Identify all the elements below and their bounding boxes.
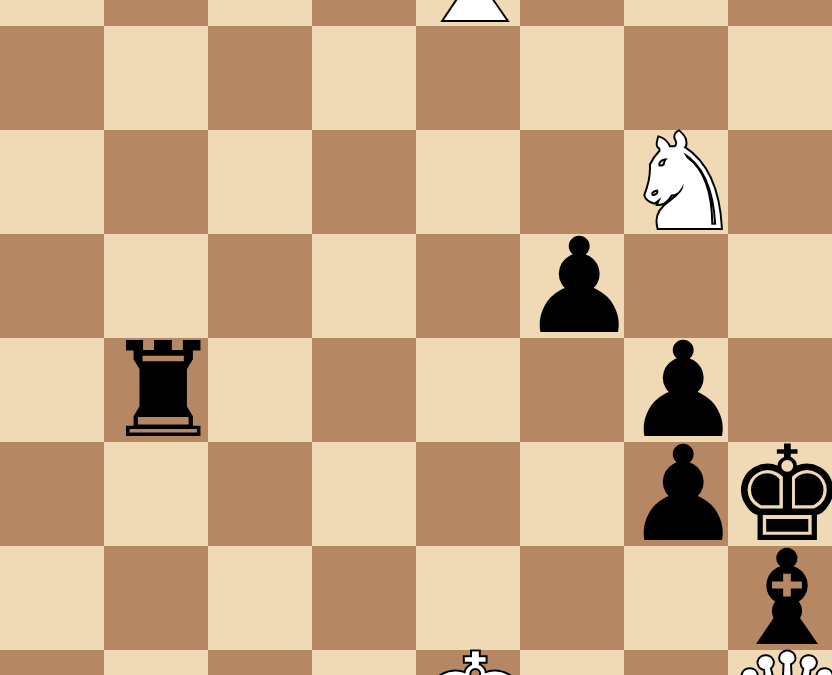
square-b8[interactable] bbox=[104, 0, 208, 26]
square-c3[interactable] bbox=[208, 442, 312, 546]
square-g8[interactable] bbox=[624, 0, 728, 26]
piece-white-queen[interactable]: ♛ bbox=[728, 650, 832, 675]
square-e4[interactable] bbox=[416, 338, 520, 442]
square-d8[interactable] bbox=[312, 0, 416, 26]
square-f1[interactable] bbox=[520, 650, 624, 675]
chess-board-viewport: ♝♞♟♜♟♟♚♝♚♛ bbox=[0, 0, 832, 675]
square-f7[interactable] bbox=[520, 26, 624, 130]
square-b7[interactable] bbox=[104, 26, 208, 130]
square-e7[interactable] bbox=[416, 26, 520, 130]
square-a5[interactable] bbox=[0, 234, 104, 338]
square-g2[interactable] bbox=[624, 546, 728, 650]
square-g6[interactable]: ♞ bbox=[624, 130, 728, 234]
square-c6[interactable] bbox=[208, 130, 312, 234]
piece-black-pawn[interactable]: ♟ bbox=[520, 234, 638, 338]
square-a3[interactable] bbox=[0, 442, 104, 546]
square-f2[interactable] bbox=[520, 546, 624, 650]
piece-black-pawn[interactable]: ♟ bbox=[624, 442, 742, 546]
square-b6[interactable] bbox=[104, 130, 208, 234]
piece-white-king[interactable]: ♚ bbox=[416, 650, 534, 675]
square-f5[interactable]: ♟ bbox=[520, 234, 624, 338]
square-h5[interactable] bbox=[728, 234, 832, 338]
square-a1[interactable] bbox=[0, 650, 104, 675]
square-h8[interactable] bbox=[728, 0, 832, 26]
square-a7[interactable] bbox=[0, 26, 104, 130]
square-g3[interactable]: ♟ bbox=[624, 442, 728, 546]
piece-white-bishop[interactable]: ♝ bbox=[416, 0, 534, 26]
square-d4[interactable] bbox=[312, 338, 416, 442]
square-b1[interactable] bbox=[104, 650, 208, 675]
square-h6[interactable] bbox=[728, 130, 832, 234]
square-a4[interactable] bbox=[0, 338, 104, 442]
chess-board: ♝♞♟♜♟♟♚♝♚♛ bbox=[0, 0, 832, 675]
square-f8[interactable] bbox=[520, 0, 624, 26]
square-g1[interactable] bbox=[624, 650, 728, 675]
square-c7[interactable] bbox=[208, 26, 312, 130]
square-e1[interactable]: ♚ bbox=[416, 650, 520, 675]
square-h1[interactable]: ♛ bbox=[728, 650, 832, 675]
square-a6[interactable] bbox=[0, 130, 104, 234]
square-d3[interactable] bbox=[312, 442, 416, 546]
square-h7[interactable] bbox=[728, 26, 832, 130]
piece-white-knight[interactable]: ♞ bbox=[624, 130, 742, 234]
square-c2[interactable] bbox=[208, 546, 312, 650]
square-c5[interactable] bbox=[208, 234, 312, 338]
square-e5[interactable] bbox=[416, 234, 520, 338]
square-b2[interactable] bbox=[104, 546, 208, 650]
square-a8[interactable] bbox=[0, 0, 104, 26]
square-b3[interactable] bbox=[104, 442, 208, 546]
square-c4[interactable] bbox=[208, 338, 312, 442]
square-d5[interactable] bbox=[312, 234, 416, 338]
square-d1[interactable] bbox=[312, 650, 416, 675]
square-a2[interactable] bbox=[0, 546, 104, 650]
square-b4[interactable]: ♜ bbox=[104, 338, 208, 442]
square-d7[interactable] bbox=[312, 26, 416, 130]
piece-black-rook[interactable]: ♜ bbox=[104, 338, 222, 442]
square-c8[interactable] bbox=[208, 0, 312, 26]
square-f4[interactable] bbox=[520, 338, 624, 442]
square-d2[interactable] bbox=[312, 546, 416, 650]
square-e6[interactable] bbox=[416, 130, 520, 234]
square-c1[interactable] bbox=[208, 650, 312, 675]
square-e3[interactable] bbox=[416, 442, 520, 546]
square-e8[interactable]: ♝ bbox=[416, 0, 520, 26]
square-d6[interactable] bbox=[312, 130, 416, 234]
square-f3[interactable] bbox=[520, 442, 624, 546]
